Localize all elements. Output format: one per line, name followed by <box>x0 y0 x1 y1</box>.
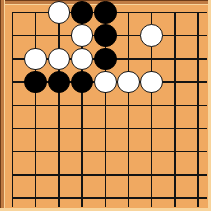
black-stone[interactable] <box>94 48 117 71</box>
white-stone[interactable] <box>48 1 71 24</box>
black-stone[interactable] <box>71 71 94 94</box>
black-stone[interactable] <box>24 71 47 94</box>
white-stone[interactable] <box>71 24 94 47</box>
grid-line-horizontal <box>12 105 208 106</box>
black-stone[interactable] <box>48 71 71 94</box>
white-stone[interactable] <box>24 48 47 71</box>
black-stone[interactable] <box>71 1 94 24</box>
board-edge-right <box>208 0 212 211</box>
white-stone[interactable] <box>71 48 94 71</box>
black-stone[interactable] <box>94 24 117 47</box>
grid-line-vertical <box>197 12 198 208</box>
board-edge-left <box>0 0 5 211</box>
grid-line-vertical <box>174 12 175 208</box>
grid-line-horizontal <box>12 128 208 129</box>
grid-line-vertical <box>35 12 36 208</box>
grid-line-vertical <box>128 12 129 208</box>
board-edge-bottom <box>0 208 211 212</box>
white-stone[interactable] <box>94 71 117 94</box>
white-stone[interactable] <box>140 24 163 47</box>
white-stone[interactable] <box>140 71 163 94</box>
grid-line-vertical <box>58 12 59 208</box>
grid-line-horizontal <box>12 151 208 152</box>
grid-line-horizontal <box>12 197 208 198</box>
go-board[interactable] <box>0 0 211 211</box>
white-stone[interactable] <box>48 48 71 71</box>
black-stone[interactable] <box>94 1 117 24</box>
grid-line-horizontal <box>12 174 208 175</box>
white-stone[interactable] <box>117 71 140 94</box>
grid-line-vertical <box>12 12 13 208</box>
